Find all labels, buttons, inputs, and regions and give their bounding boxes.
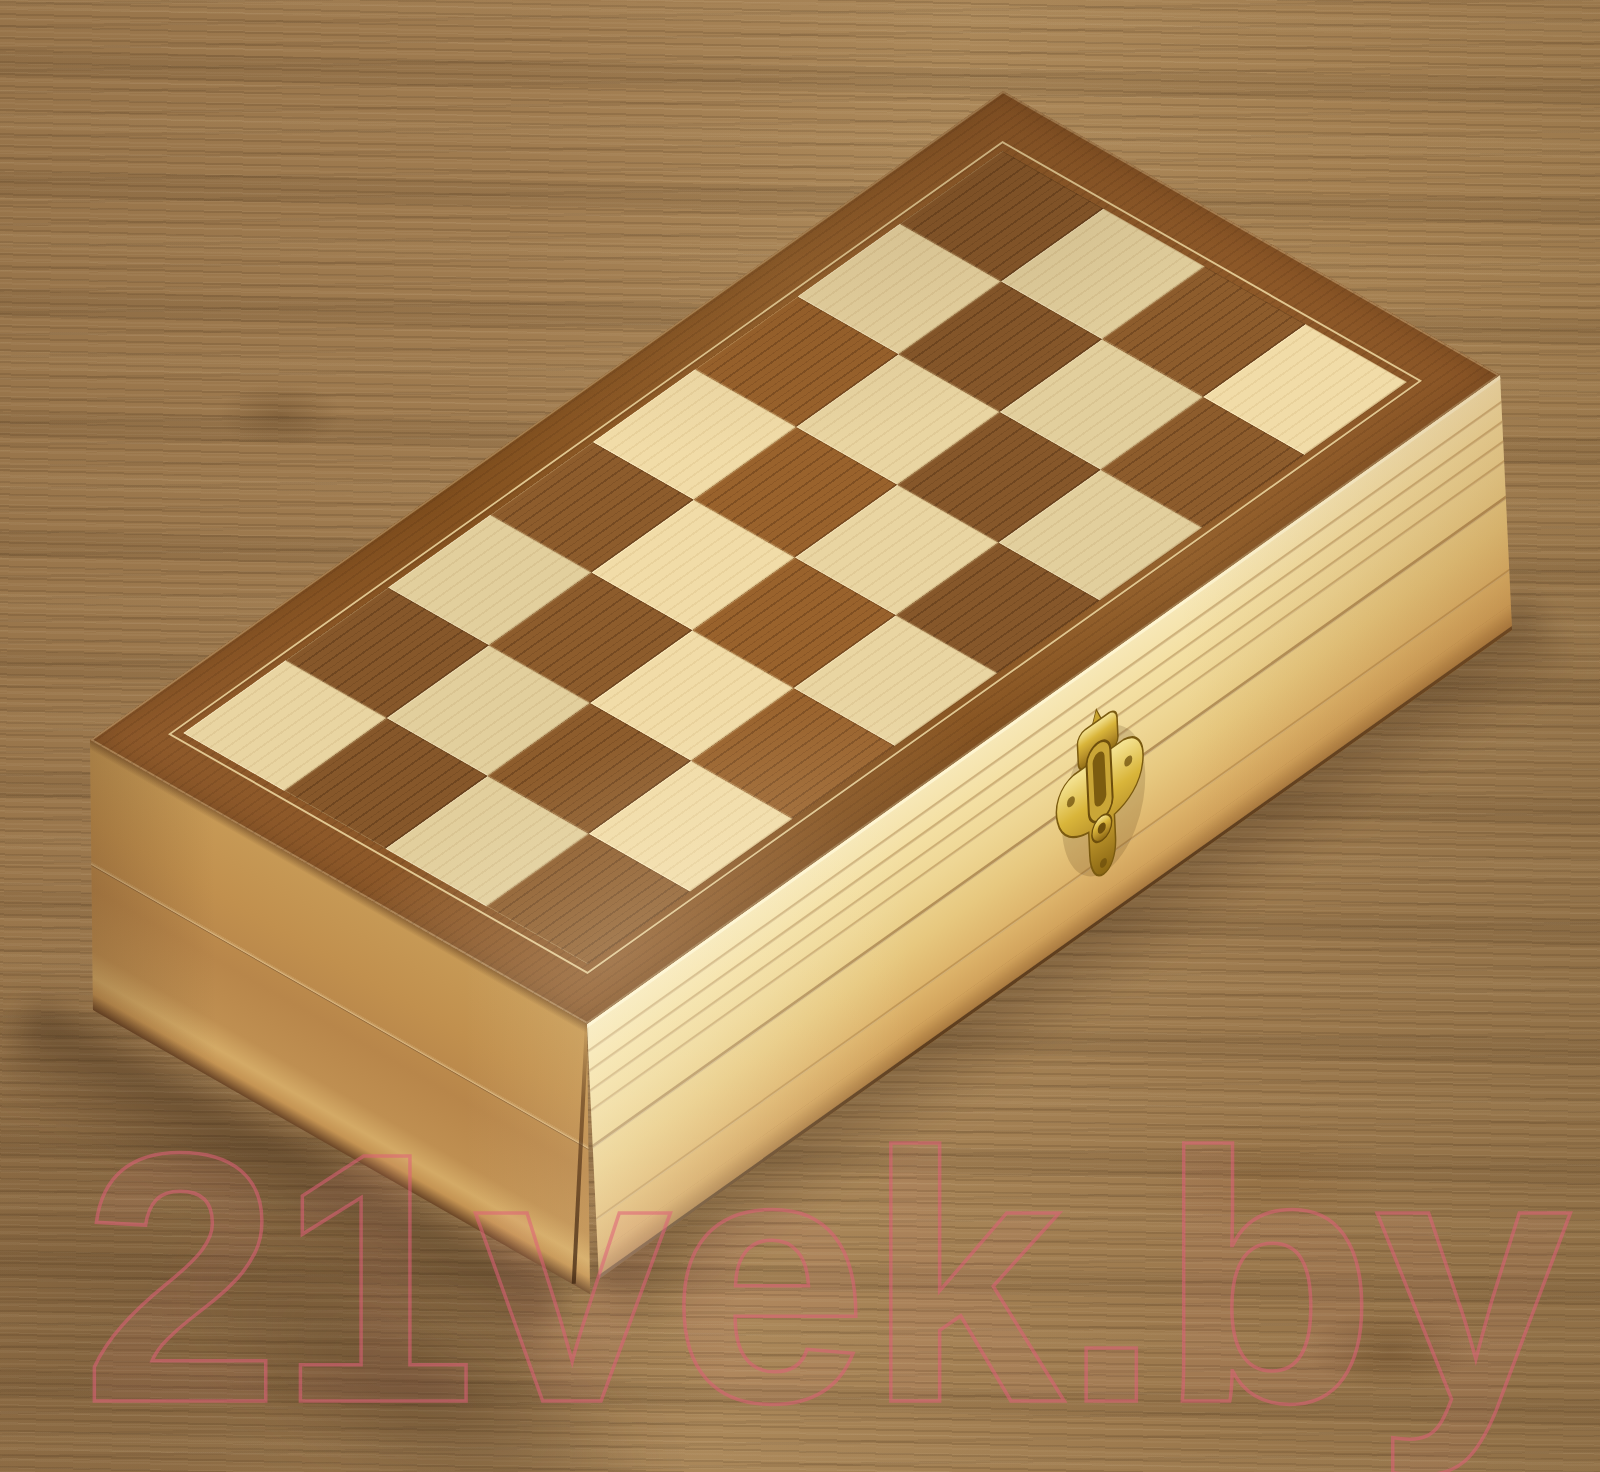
- watermark: 21vek.by: [82, 1100, 1570, 1456]
- brass-latch-icon: [1036, 664, 1165, 930]
- photo-scene: 21vek.by: [0, 0, 1600, 1472]
